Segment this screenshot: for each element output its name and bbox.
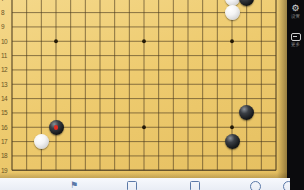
board-grid [0,0,287,178]
go-app-screen: 78910111213141516171819 ⚙ 设置 更多 ⚑ [0,0,304,190]
row-label-12: 12 [1,66,11,73]
go-board[interactable]: 78910111213141516171819 [0,0,287,178]
more-label: 更多 [287,42,304,47]
gear-icon: ⚙ [287,3,304,13]
white-stone-Q12 [225,5,240,20]
black-stone-D4 [49,120,64,135]
more-button[interactable]: 更多 [287,32,304,47]
row-label-15: 15 [1,109,11,116]
row-label-9: 9 [1,23,11,30]
row-label-16: 16 [1,124,11,131]
more-icon [291,33,301,41]
row-label-11: 11 [1,52,11,59]
white-stone-C3 [34,134,49,149]
cycle-icon[interactable] [250,181,261,190]
flag-icon[interactable]: ⚑ [70,181,78,190]
row-label-10: 10 [1,38,11,45]
settings-button[interactable]: ⚙ 设置 [287,3,304,19]
row-label-8: 8 [1,9,11,16]
board-edge-shadow [277,0,287,178]
row-label-7: 7 [1,0,11,2]
row-label-17: 17 [1,138,11,145]
row-label-14: 14 [1,95,11,102]
settings-label: 设置 [287,14,304,19]
board-icon[interactable] [190,181,200,190]
right-sidebar: ⚙ 设置 更多 [287,0,304,190]
bottom-toolbar: ⚑ [0,178,290,190]
row-label-13: 13 [1,81,11,88]
row-label-18: 18 [1,152,11,159]
clock-icon[interactable] [283,181,290,190]
black-stone-Q3 [225,134,240,149]
last-move-marker [54,125,59,130]
grid-icon[interactable] [127,181,137,190]
